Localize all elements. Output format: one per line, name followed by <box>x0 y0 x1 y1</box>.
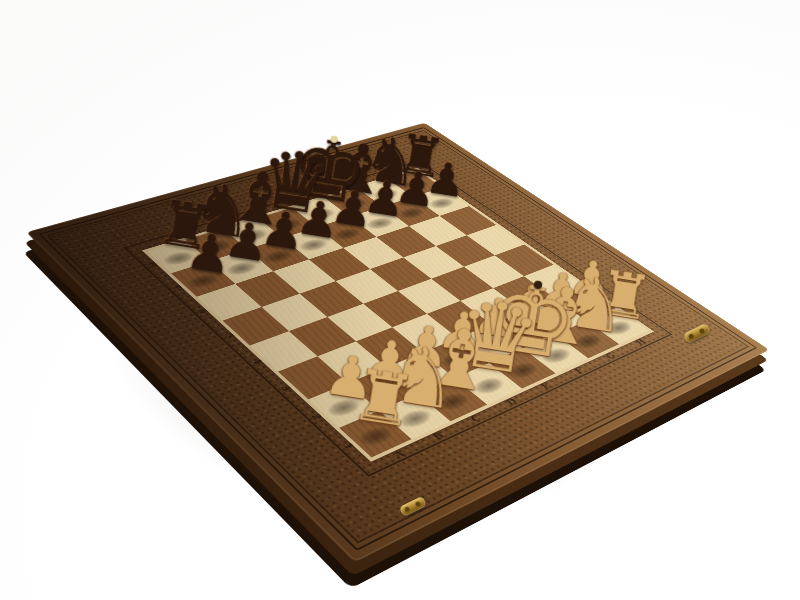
photo-stage: 87654321 ABCDEFGH ♜♞♝♛♚♝♞♜♟♟♟♟♟♟♟♟♟♟♟♟♟♟… <box>0 0 800 600</box>
pawn-glyph: ♟ <box>183 225 236 282</box>
rook-glyph: ♜ <box>346 359 420 439</box>
